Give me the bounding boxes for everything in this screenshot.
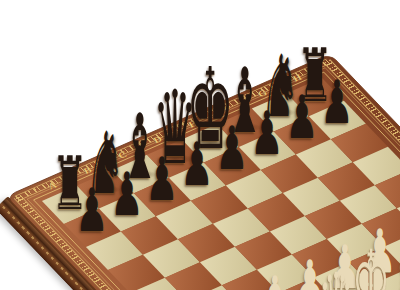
piece-white-bishop-c1[interactable]: ♝	[285, 285, 317, 290]
piece-black-pawn-d7[interactable]: ♟	[180, 134, 213, 194]
piece-white-king-e1[interactable]: ♚	[352, 240, 391, 290]
piece-white-bishop-f1[interactable]: ♝	[390, 238, 400, 290]
piece-black-pawn-e7[interactable]: ♟	[215, 118, 248, 178]
piece-black-pawn-b7[interactable]: ♟	[110, 164, 143, 224]
piece-black-pawn-g7[interactable]: ♟	[285, 87, 318, 147]
piece-white-queen-d1[interactable]: ♛	[318, 262, 353, 290]
piece-black-pawn-h7[interactable]: ♟	[320, 72, 353, 132]
piece-black-pawn-c7[interactable]: ♟	[145, 149, 178, 209]
piece-black-pawn-f7[interactable]: ♟	[250, 103, 283, 163]
piece-white-pawn-b2[interactable]: ♟	[224, 283, 257, 290]
piece-black-pawn-a7[interactable]: ♟	[75, 180, 108, 240]
chess-photo-stage: ABCDEFGH ♜♞♝♛♚♝♞♜♟♟♟♟♟♟♟♟♟♟♟♟♟♟♟♟♜♞♝♛♚♝♞…	[0, 0, 400, 290]
